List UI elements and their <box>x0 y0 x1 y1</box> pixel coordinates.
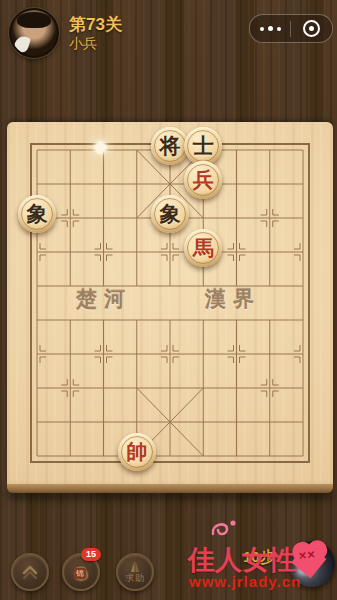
app-screen: 第73关 小兵 楚河 漢界 将士兵象象馬帥 锦 15 求助 <box>0 0 337 600</box>
river-label-right: 漢界 <box>178 285 288 313</box>
ask-help-button[interactable]: 求助 <box>116 553 154 591</box>
river-label-left: 楚河 <box>49 285 159 313</box>
wechat-capsule <box>249 14 333 43</box>
bag-character: 锦 <box>74 568 86 579</box>
last-move-highlight <box>96 143 105 152</box>
piece-red-general[interactable]: 帥 <box>118 433 156 471</box>
piece-black-elephant-edge[interactable]: 象 <box>18 195 56 233</box>
close-target-icon[interactable] <box>291 20 332 37</box>
level-label: 第73关 <box>69 13 122 36</box>
piece-character: 士 <box>193 136 214 157</box>
hint-count-badge: 15 <box>81 548 101 561</box>
piece-black-advisor[interactable]: 士 <box>184 127 222 165</box>
piece-character: 象 <box>27 204 48 225</box>
piece-character: 兵 <box>193 170 214 191</box>
watermark-site-url: www.jrlady.cn <box>189 573 301 590</box>
chevron-up-icon <box>20 564 40 580</box>
watermark-heart-icon: ×× <box>291 539 330 577</box>
xiangqi-board[interactable]: 楚河 漢界 将士兵象象馬帥 <box>7 122 333 484</box>
more-dots-icon[interactable] <box>250 26 290 31</box>
help-label: 求助 <box>125 572 145 585</box>
piece-character: 将 <box>160 136 181 157</box>
piece-red-horse[interactable]: 馬 <box>184 229 222 267</box>
piece-character: 馬 <box>193 238 214 259</box>
expand-button[interactable] <box>11 553 49 591</box>
player-avatar[interactable] <box>9 8 59 58</box>
piece-character: 象 <box>160 204 181 225</box>
piece-red-soldier[interactable]: 兵 <box>184 161 222 199</box>
board-edge <box>7 484 333 493</box>
piece-black-elephant-center[interactable]: 象 <box>151 195 189 233</box>
rank-label: 小兵 <box>69 35 97 53</box>
watermark-swirl-icon <box>210 518 238 540</box>
piece-character: 帥 <box>126 442 147 463</box>
